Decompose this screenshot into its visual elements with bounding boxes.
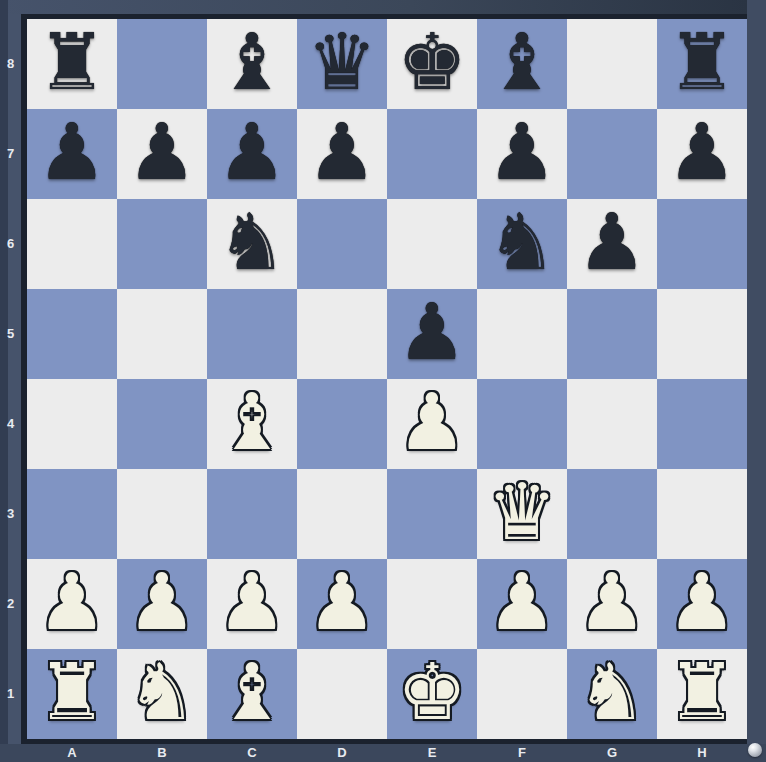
square-g5[interactable] <box>567 289 657 379</box>
square-e4[interactable]: ♟ <box>387 379 477 469</box>
white-pawn[interactable]: ♟ <box>207 559 297 649</box>
square-c5[interactable] <box>207 289 297 379</box>
black-bishop[interactable]: ♝ <box>477 19 567 109</box>
square-d2[interactable]: ♟ <box>297 559 387 649</box>
black-queen[interactable]: ♛ <box>297 19 387 109</box>
square-d8[interactable]: ♛ <box>297 19 387 109</box>
square-c7[interactable]: ♟ <box>207 109 297 199</box>
square-e2[interactable] <box>387 559 477 649</box>
black-pawn[interactable]: ♟ <box>297 109 387 199</box>
square-g7[interactable] <box>567 109 657 199</box>
white-pawn[interactable]: ♟ <box>567 559 657 649</box>
rank-coordinates: 87654321 <box>0 19 21 739</box>
square-g3[interactable] <box>567 469 657 559</box>
square-e7[interactable] <box>387 109 477 199</box>
file-coordinates: ABCDEFGH <box>27 744 747 762</box>
black-pawn[interactable]: ♟ <box>117 109 207 199</box>
square-d1[interactable] <box>297 649 387 739</box>
square-h1[interactable]: ♜ <box>657 649 747 739</box>
black-rook[interactable]: ♜ <box>657 19 747 109</box>
square-g4[interactable] <box>567 379 657 469</box>
file-label-h: H <box>657 744 747 762</box>
white-rook[interactable]: ♜ <box>27 649 117 739</box>
square-c1[interactable]: ♝ <box>207 649 297 739</box>
square-g1[interactable]: ♞ <box>567 649 657 739</box>
square-b8[interactable] <box>117 19 207 109</box>
white-bishop[interactable]: ♝ <box>207 649 297 739</box>
file-label-c: C <box>207 744 297 762</box>
rank-label-1: 1 <box>0 649 21 739</box>
square-a4[interactable] <box>27 379 117 469</box>
square-h4[interactable] <box>657 379 747 469</box>
square-f4[interactable] <box>477 379 567 469</box>
black-knight[interactable]: ♞ <box>207 199 297 289</box>
white-pawn[interactable]: ♟ <box>27 559 117 649</box>
rank-label-2: 2 <box>0 559 21 649</box>
square-d7[interactable]: ♟ <box>297 109 387 199</box>
black-knight[interactable]: ♞ <box>477 199 567 289</box>
square-f1[interactable] <box>477 649 567 739</box>
white-knight[interactable]: ♞ <box>567 649 657 739</box>
square-a2[interactable]: ♟ <box>27 559 117 649</box>
white-bishop[interactable]: ♝ <box>207 379 297 469</box>
square-a8[interactable]: ♜ <box>27 19 117 109</box>
rank-label-3: 3 <box>0 469 21 559</box>
square-d5[interactable] <box>297 289 387 379</box>
square-h5[interactable] <box>657 289 747 379</box>
white-pawn[interactable]: ♟ <box>387 379 477 469</box>
square-h6[interactable] <box>657 199 747 289</box>
square-b6[interactable] <box>117 199 207 289</box>
board-frame: ♜♝♛♚♝♜♟♟♟♟♟♟♞♞♟♟♝♟♛♟♟♟♟♟♟♟♜♞♝♚♞♜ <box>21 14 747 744</box>
file-label-g: G <box>567 744 657 762</box>
black-rook[interactable]: ♜ <box>27 19 117 109</box>
rank-label-6: 6 <box>0 199 21 289</box>
square-f7[interactable]: ♟ <box>477 109 567 199</box>
square-c2[interactable]: ♟ <box>207 559 297 649</box>
square-e3[interactable] <box>387 469 477 559</box>
square-f6[interactable]: ♞ <box>477 199 567 289</box>
black-pawn[interactable]: ♟ <box>657 109 747 199</box>
square-a5[interactable] <box>27 289 117 379</box>
square-g6[interactable]: ♟ <box>567 199 657 289</box>
square-d6[interactable] <box>297 199 387 289</box>
rank-label-5: 5 <box>0 289 21 379</box>
white-queen[interactable]: ♛ <box>477 469 567 559</box>
square-b3[interactable] <box>117 469 207 559</box>
square-c6[interactable]: ♞ <box>207 199 297 289</box>
square-f8[interactable]: ♝ <box>477 19 567 109</box>
white-knight[interactable]: ♞ <box>117 649 207 739</box>
square-c3[interactable] <box>207 469 297 559</box>
right-frame-band <box>747 0 766 762</box>
square-h8[interactable]: ♜ <box>657 19 747 109</box>
file-label-e: E <box>387 744 477 762</box>
square-e5[interactable]: ♟ <box>387 289 477 379</box>
black-pawn[interactable]: ♟ <box>567 199 657 289</box>
white-pawn[interactable]: ♟ <box>657 559 747 649</box>
square-a3[interactable] <box>27 469 117 559</box>
white-rook[interactable]: ♜ <box>657 649 747 739</box>
square-d4[interactable] <box>297 379 387 469</box>
square-f3[interactable]: ♛ <box>477 469 567 559</box>
square-b4[interactable] <box>117 379 207 469</box>
file-label-b: B <box>117 744 207 762</box>
white-pawn[interactable]: ♟ <box>477 559 567 649</box>
square-e8[interactable]: ♚ <box>387 19 477 109</box>
white-pawn[interactable]: ♟ <box>297 559 387 649</box>
file-label-d: D <box>297 744 387 762</box>
corner-ball-icon <box>748 743 762 757</box>
square-f5[interactable] <box>477 289 567 379</box>
black-king[interactable]: ♚ <box>387 19 477 109</box>
black-pawn[interactable]: ♟ <box>477 109 567 199</box>
square-b7[interactable]: ♟ <box>117 109 207 199</box>
black-pawn[interactable]: ♟ <box>207 109 297 199</box>
chess-board: ♜♝♛♚♝♜♟♟♟♟♟♟♞♞♟♟♝♟♛♟♟♟♟♟♟♟♜♞♝♚♞♜ <box>27 19 747 739</box>
square-b1[interactable]: ♞ <box>117 649 207 739</box>
square-h2[interactable]: ♟ <box>657 559 747 649</box>
square-c8[interactable]: ♝ <box>207 19 297 109</box>
top-frame-band <box>0 0 747 14</box>
white-pawn[interactable]: ♟ <box>117 559 207 649</box>
square-b5[interactable] <box>117 289 207 379</box>
square-h3[interactable] <box>657 469 747 559</box>
square-g8[interactable] <box>567 19 657 109</box>
square-e1[interactable]: ♚ <box>387 649 477 739</box>
square-d3[interactable] <box>297 469 387 559</box>
chess-app-window: 87654321 ♜♝♛♚♝♜♟♟♟♟♟♟♞♞♟♟♝♟♛♟♟♟♟♟♟♟♜♞♝♚♞… <box>0 0 766 762</box>
rank-label-8: 8 <box>0 19 21 109</box>
square-b2[interactable]: ♟ <box>117 559 207 649</box>
square-c4[interactable]: ♝ <box>207 379 297 469</box>
file-label-f: F <box>477 744 567 762</box>
black-pawn[interactable]: ♟ <box>387 289 477 379</box>
rank-label-7: 7 <box>0 109 21 199</box>
square-a6[interactable] <box>27 199 117 289</box>
square-f2[interactable]: ♟ <box>477 559 567 649</box>
black-bishop[interactable]: ♝ <box>207 19 297 109</box>
white-king[interactable]: ♚ <box>387 649 477 739</box>
square-e6[interactable] <box>387 199 477 289</box>
square-a1[interactable]: ♜ <box>27 649 117 739</box>
rank-label-4: 4 <box>0 379 21 469</box>
square-h7[interactable]: ♟ <box>657 109 747 199</box>
square-a7[interactable]: ♟ <box>27 109 117 199</box>
file-label-a: A <box>27 744 117 762</box>
square-g2[interactable]: ♟ <box>567 559 657 649</box>
black-pawn[interactable]: ♟ <box>27 109 117 199</box>
